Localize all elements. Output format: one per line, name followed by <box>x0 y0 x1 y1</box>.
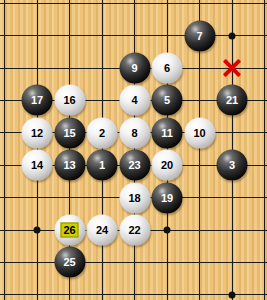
move-number: 6 <box>164 63 170 74</box>
stone-black-3: 3 <box>217 150 248 181</box>
stone-white-6: 6 <box>152 53 183 84</box>
stone-black-23: 23 <box>119 150 150 181</box>
stone-white-14: 14 <box>22 150 53 181</box>
grid-line-horizontal <box>0 3 267 4</box>
move-number: 22 <box>128 225 140 236</box>
stone-white-4: 4 <box>119 85 150 116</box>
stone-black-21: 21 <box>217 85 248 116</box>
move-number: 19 <box>161 192 173 203</box>
grid-line-horizontal <box>0 262 267 263</box>
red-x-marker <box>221 57 243 79</box>
stone-black-5: 5 <box>152 85 183 116</box>
stone-black-25: 25 <box>54 247 85 278</box>
grid-line-horizontal <box>0 294 267 295</box>
stone-white-20: 20 <box>152 150 183 181</box>
move-number: 14 <box>31 160 43 171</box>
move-number: 25 <box>63 257 75 268</box>
move-number: 2 <box>99 127 105 138</box>
star-point <box>229 291 236 298</box>
stone-black-17: 17 <box>22 85 53 116</box>
stone-black-9: 9 <box>119 53 150 84</box>
grid-line-vertical <box>264 0 265 300</box>
move-number: 4 <box>131 95 137 106</box>
stone-white-22: 22 <box>119 215 150 246</box>
stone-white-8: 8 <box>119 117 150 148</box>
move-number: 20 <box>161 160 173 171</box>
move-number: 17 <box>31 95 43 106</box>
move-number: 9 <box>131 63 137 74</box>
move-number: 13 <box>63 160 75 171</box>
move-number: 3 <box>229 160 235 171</box>
go-board[interactable]: 1234567891011121314151617181920212223242… <box>0 0 267 300</box>
last-move-number-highlight: 26 <box>60 223 78 238</box>
stone-black-19: 19 <box>152 182 183 213</box>
stone-black-7: 7 <box>184 20 215 51</box>
go-diagram: 1234567891011121314151617181920212223242… <box>0 0 267 300</box>
move-number: 18 <box>128 192 140 203</box>
move-number: 23 <box>128 160 140 171</box>
stone-white-12: 12 <box>22 117 53 148</box>
star-point <box>164 227 171 234</box>
move-number: 5 <box>164 95 170 106</box>
grid-line-horizontal <box>0 35 267 36</box>
move-number: 12 <box>31 127 43 138</box>
stone-black-1: 1 <box>87 150 118 181</box>
move-number: 21 <box>226 95 238 106</box>
star-point <box>229 32 236 39</box>
move-number: 7 <box>196 30 202 41</box>
stone-black-13: 13 <box>54 150 85 181</box>
stone-white-10: 10 <box>184 117 215 148</box>
stone-white-24: 24 <box>87 215 118 246</box>
stone-white-18: 18 <box>119 182 150 213</box>
stone-white-16: 16 <box>54 85 85 116</box>
move-number: 16 <box>63 95 75 106</box>
stone-white-26: 26 <box>54 215 85 246</box>
star-point <box>34 227 41 234</box>
grid-line-vertical <box>4 0 5 300</box>
move-number: 11 <box>161 127 173 138</box>
stone-black-15: 15 <box>54 117 85 148</box>
move-number: 8 <box>131 127 137 138</box>
move-number: 10 <box>193 127 205 138</box>
move-number: 15 <box>63 127 75 138</box>
stone-black-11: 11 <box>152 117 183 148</box>
move-number: 24 <box>96 225 108 236</box>
move-number: 1 <box>99 160 105 171</box>
stone-white-2: 2 <box>87 117 118 148</box>
